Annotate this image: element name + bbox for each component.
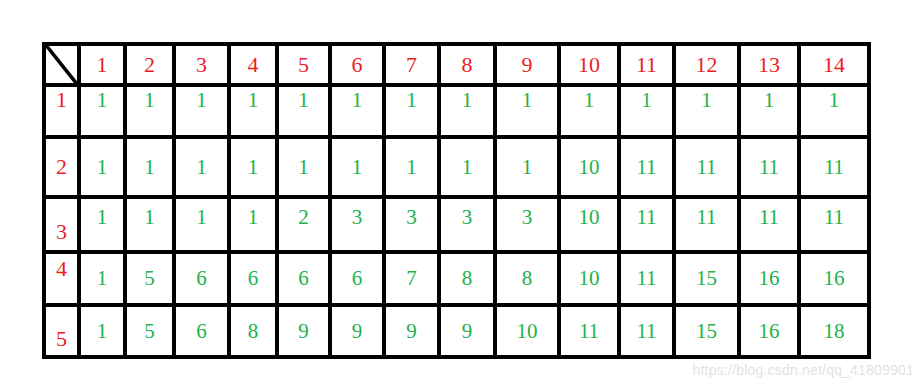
cell-r2-c2: 1 xyxy=(127,139,176,199)
cell-r4-c8: 8 xyxy=(441,254,497,307)
row-header-5: 5 xyxy=(46,307,81,359)
cell-r5-c7: 9 xyxy=(386,307,441,359)
col-header-8: 8 xyxy=(441,46,497,87)
cell-r2-c8: 1 xyxy=(441,139,497,199)
col-header-9: 9 xyxy=(497,46,561,87)
cell-r3-c1: 1 xyxy=(81,199,127,254)
cell-r5-c5: 9 xyxy=(279,307,332,359)
col-header-14: 14 xyxy=(801,46,871,87)
cell-r1-c4: 1 xyxy=(231,87,279,139)
cell-r4-c5: 6 xyxy=(279,254,332,307)
cell-r3-c13: 11 xyxy=(741,199,801,254)
col-header-10: 10 xyxy=(561,46,621,87)
cell-r3-c2: 1 xyxy=(127,199,176,254)
row-header-4: 4 xyxy=(46,254,81,307)
cell-r4-c6: 6 xyxy=(332,254,386,307)
cell-r2-c7: 1 xyxy=(386,139,441,199)
cell-r2-c9: 1 xyxy=(497,139,561,199)
corner-cell xyxy=(46,46,81,87)
col-header-12: 12 xyxy=(676,46,741,87)
corner-diagonal-line xyxy=(46,46,77,83)
cell-r5-c14: 18 xyxy=(801,307,871,359)
cell-r1-c9: 1 xyxy=(497,87,561,139)
cell-r2-c11: 11 xyxy=(621,139,676,199)
cell-r5-c6: 9 xyxy=(332,307,386,359)
col-header-5: 5 xyxy=(279,46,332,87)
col-header-7: 7 xyxy=(386,46,441,87)
cell-r1-c11: 1 xyxy=(621,87,676,139)
cell-r4-c9: 8 xyxy=(497,254,561,307)
cell-r2-c4: 1 xyxy=(231,139,279,199)
cell-r4-c12: 15 xyxy=(676,254,741,307)
cell-r5-c12: 15 xyxy=(676,307,741,359)
cell-r1-c2: 1 xyxy=(127,87,176,139)
cell-r4-c1: 1 xyxy=(81,254,127,307)
cell-r1-c3: 1 xyxy=(176,87,231,139)
col-header-13: 13 xyxy=(741,46,801,87)
cell-r4-c14: 16 xyxy=(801,254,871,307)
cell-r3-c12: 11 xyxy=(676,199,741,254)
col-header-11: 11 xyxy=(621,46,676,87)
cell-r1-c13: 1 xyxy=(741,87,801,139)
cell-r1-c14: 1 xyxy=(801,87,871,139)
dp-table: 1234567891011121314111111111111111211111… xyxy=(42,42,871,359)
col-header-2: 2 xyxy=(127,46,176,87)
cell-r5-c9: 10 xyxy=(497,307,561,359)
cell-r1-c7: 1 xyxy=(386,87,441,139)
cell-r4-c7: 7 xyxy=(386,254,441,307)
cell-r2-c6: 1 xyxy=(332,139,386,199)
cell-r5-c8: 9 xyxy=(441,307,497,359)
row-header-3: 3 xyxy=(46,199,81,254)
cell-r2-c12: 11 xyxy=(676,139,741,199)
watermark-url: https://blog.csdn.net/qq_41809901 xyxy=(693,362,914,378)
page: 1234567891011121314111111111111111211111… xyxy=(0,0,923,390)
cell-r3-c14: 11 xyxy=(801,199,871,254)
cell-r1-c1: 1 xyxy=(81,87,127,139)
col-header-3: 3 xyxy=(176,46,231,87)
cell-r3-c10: 10 xyxy=(561,199,621,254)
cell-r2-c13: 11 xyxy=(741,139,801,199)
cell-r3-c6: 3 xyxy=(332,199,386,254)
cell-r5-c3: 6 xyxy=(176,307,231,359)
col-header-1: 1 xyxy=(81,46,127,87)
cell-r2-c10: 10 xyxy=(561,139,621,199)
cell-r5-c13: 16 xyxy=(741,307,801,359)
row-header-1: 1 xyxy=(46,87,81,139)
cell-r3-c9: 3 xyxy=(497,199,561,254)
cell-r5-c2: 5 xyxy=(127,307,176,359)
cell-r3-c8: 3 xyxy=(441,199,497,254)
cell-r4-c10: 10 xyxy=(561,254,621,307)
cell-r5-c4: 8 xyxy=(231,307,279,359)
cell-r3-c4: 1 xyxy=(231,199,279,254)
cell-r1-c8: 1 xyxy=(441,87,497,139)
cell-r2-c1: 1 xyxy=(81,139,127,199)
col-header-4: 4 xyxy=(231,46,279,87)
cell-r3-c11: 11 xyxy=(621,199,676,254)
row-header-2: 2 xyxy=(46,139,81,199)
cell-r5-c11: 11 xyxy=(621,307,676,359)
cell-r5-c10: 11 xyxy=(561,307,621,359)
cell-r4-c13: 16 xyxy=(741,254,801,307)
cell-r4-c3: 6 xyxy=(176,254,231,307)
cell-r4-c2: 5 xyxy=(127,254,176,307)
cell-r1-c5: 1 xyxy=(279,87,332,139)
cell-r1-c12: 1 xyxy=(676,87,741,139)
cell-r4-c4: 6 xyxy=(231,254,279,307)
col-header-6: 6 xyxy=(332,46,386,87)
cell-r2-c5: 1 xyxy=(279,139,332,199)
cell-r3-c3: 1 xyxy=(176,199,231,254)
cell-r1-c10: 1 xyxy=(561,87,621,139)
cell-r5-c1: 1 xyxy=(81,307,127,359)
cell-r1-c6: 1 xyxy=(332,87,386,139)
cell-r2-c3: 1 xyxy=(176,139,231,199)
cell-r2-c14: 11 xyxy=(801,139,871,199)
cell-r3-c5: 2 xyxy=(279,199,332,254)
cell-r4-c11: 11 xyxy=(621,254,676,307)
cell-r3-c7: 3 xyxy=(386,199,441,254)
